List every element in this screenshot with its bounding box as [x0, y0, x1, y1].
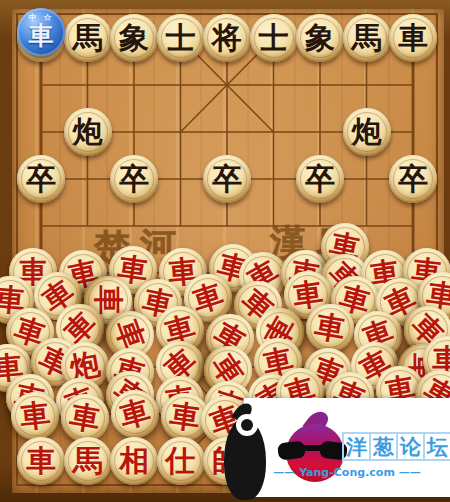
black-advisor[interactable]: 士 — [250, 14, 298, 62]
onion-mascot — [284, 410, 348, 494]
red-advisor[interactable]: 仕 — [157, 437, 205, 485]
watermark-url: —— Yang-Cong.com —— — [244, 466, 450, 479]
watermark-char-葱: 葱 — [369, 432, 398, 461]
black-cannon[interactable]: 炮 — [343, 108, 391, 156]
black-soldier[interactable]: 卒 — [389, 155, 437, 203]
black-general[interactable]: 将 — [203, 14, 251, 62]
black-advisor[interactable]: 士 — [157, 14, 205, 62]
black-soldier[interactable]: 卒 — [17, 155, 65, 203]
red-chariot[interactable]: 車 — [17, 437, 65, 485]
red-elephant[interactable]: 相 — [110, 437, 158, 485]
xiangqi-meme-screenshot: 楚河漢界 車馬象士将士象馬車炮炮卒卒卒卒卒 車車車車車車車車車車車車車車車車車車… — [0, 0, 450, 502]
black-soldier[interactable]: 卒 — [203, 155, 251, 203]
chinese-chess-app-icon[interactable]: 中 ☆ 車 — [17, 8, 65, 56]
watermark-cn-title: 洋葱论坛 — [344, 432, 450, 461]
black-soldier[interactable]: 卒 — [296, 155, 344, 203]
watermark-char-洋: 洋 — [342, 432, 371, 461]
black-elephant[interactable]: 象 — [110, 14, 158, 62]
red-horse[interactable]: 馬 — [64, 437, 112, 485]
black-horse[interactable]: 馬 — [343, 14, 391, 62]
watermark-char-坛: 坛 — [423, 432, 450, 461]
watermark-char-论: 论 — [396, 432, 425, 461]
watermark-box: 洋葱论坛 —— Yang-Cong.com —— — [244, 398, 450, 497]
black-horse[interactable]: 馬 — [64, 14, 112, 62]
black-onion-mascot — [222, 402, 268, 500]
black-soldier[interactable]: 卒 — [110, 155, 158, 203]
sunglasses-bridge-icon — [302, 445, 330, 451]
app-icon-small-text: 中 ☆ — [17, 12, 65, 23]
black-cannon[interactable]: 炮 — [64, 108, 112, 156]
black-chariot[interactable]: 車 — [389, 14, 437, 62]
black-onion-eye-icon — [236, 414, 258, 436]
black-elephant[interactable]: 象 — [296, 14, 344, 62]
app-icon-chariot-glyph: 車 — [29, 19, 54, 52]
